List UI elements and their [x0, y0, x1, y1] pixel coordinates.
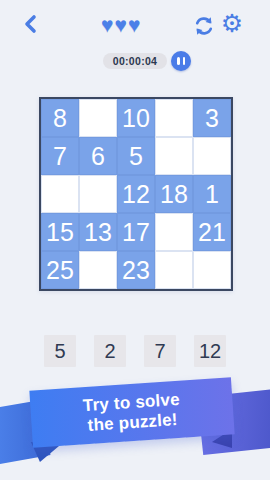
heart-icon: ♥ [128, 13, 140, 37]
grid-cell-r1c1[interactable]: 8 [41, 99, 79, 137]
grid-cell-r4c4[interactable] [155, 213, 193, 251]
settings-button[interactable]: ⚙ [219, 8, 245, 38]
tray-tile-1[interactable]: 5 [44, 335, 76, 367]
grid-cell-r5c2[interactable] [79, 251, 117, 289]
number-tray: 5 2 7 12 [0, 335, 270, 367]
grid-cell-r1c2[interactable] [79, 99, 117, 137]
grid-cell-r4c1[interactable]: 15 [41, 213, 79, 251]
game-screen: ♥ ♥ ♥ ⚙ 00:00:04 8 10 3 7 6 5 12 1 [0, 0, 270, 480]
tray-tile-4[interactable]: 12 [194, 335, 226, 367]
lives-indicator: ♥ ♥ ♥ [101, 13, 140, 37]
pause-icon [177, 57, 180, 65]
grid-cell-r4c5[interactable]: 21 [193, 213, 231, 251]
refresh-icon [193, 15, 215, 37]
tray-tile-2[interactable]: 2 [94, 335, 126, 367]
grid-cell-r3c5[interactable]: 1 [193, 175, 231, 213]
grid-cell-r2c5[interactable] [193, 137, 231, 175]
gear-icon: ⚙ [221, 9, 243, 37]
grid-cell-r2c4[interactable] [155, 137, 193, 175]
pause-button[interactable] [171, 51, 191, 71]
grid-cell-r5c1[interactable]: 25 [41, 251, 79, 289]
heart-icon: ♥ [101, 13, 113, 37]
restart-button[interactable] [193, 15, 215, 37]
grid-cell-r3c2[interactable] [79, 175, 117, 213]
grid-cell-r5c5[interactable] [193, 251, 231, 289]
grid-cell-r1c4[interactable] [155, 99, 193, 137]
puzzle-grid: 8 10 3 7 6 5 12 18 1 15 13 17 21 25 23 [39, 97, 233, 291]
back-button[interactable] [22, 14, 40, 34]
grid-cell-r1c5[interactable]: 3 [193, 99, 231, 137]
pause-icon [183, 57, 186, 65]
grid-cell-r3c3[interactable]: 12 [117, 175, 155, 213]
grid-cell-r4c3[interactable]: 17 [117, 213, 155, 251]
timer-value: 00:00:04 [113, 55, 157, 67]
grid-cell-r2c3[interactable]: 5 [117, 137, 155, 175]
grid-cell-r5c3[interactable]: 23 [117, 251, 155, 289]
heart-icon: ♥ [114, 13, 126, 37]
grid-cell-r3c4[interactable]: 18 [155, 175, 193, 213]
grid-cell-r3c1[interactable] [41, 175, 79, 213]
hint-banner: Try to solve the puzzle! [0, 372, 270, 477]
chevron-left-icon [22, 14, 40, 34]
tray-tile-3[interactable]: 7 [144, 335, 176, 367]
grid-cell-r5c4[interactable] [155, 251, 193, 289]
grid-cell-r2c2[interactable]: 6 [79, 137, 117, 175]
timer-display: 00:00:04 [103, 53, 167, 69]
grid-cell-r4c2[interactable]: 13 [79, 213, 117, 251]
grid-cell-r1c3[interactable]: 10 [117, 99, 155, 137]
grid-cell-r2c1[interactable]: 7 [41, 137, 79, 175]
